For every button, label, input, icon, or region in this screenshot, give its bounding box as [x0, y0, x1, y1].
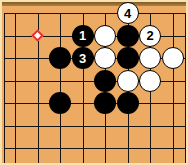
- white-stone: 2: [139, 25, 161, 47]
- grid-line: [60, 13, 61, 163]
- white-stone: [117, 70, 139, 92]
- go-diagram: 4123: [0, 0, 188, 165]
- grid-line: [4, 148, 187, 149]
- black-stone: [49, 92, 71, 114]
- black-stone: 1: [72, 25, 94, 47]
- go-board: 4123: [2, 2, 186, 163]
- white-stone: [139, 70, 161, 92]
- grid-line: [173, 13, 174, 163]
- black-stone: [94, 92, 116, 114]
- black-stone: [117, 47, 139, 69]
- white-stone: [162, 47, 184, 69]
- grid-line: [15, 13, 16, 163]
- white-stone: 4: [117, 2, 139, 24]
- black-stone: [117, 25, 139, 47]
- board-top-edge: [2, 2, 186, 6]
- grid-line: [185, 13, 186, 163]
- black-stone: [49, 47, 71, 69]
- black-stone: [117, 92, 139, 114]
- move-number: 2: [146, 29, 153, 42]
- move-number: 4: [124, 7, 131, 20]
- grid-line: [4, 13, 187, 14]
- white-stone: [94, 25, 116, 47]
- white-stone: [94, 47, 116, 69]
- white-stone: [139, 47, 161, 69]
- grid-line: [4, 126, 187, 127]
- grid-line: [4, 13, 5, 163]
- red-diamond-marker: [31, 29, 44, 42]
- black-stone: [94, 70, 116, 92]
- black-stone: 3: [72, 47, 94, 69]
- move-number: 1: [79, 29, 86, 42]
- move-number: 3: [79, 52, 86, 65]
